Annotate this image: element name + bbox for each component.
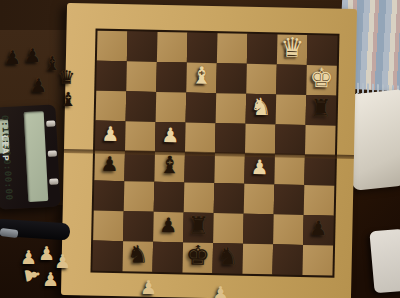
square-c8[interactable] xyxy=(157,32,188,63)
square-a4[interactable]: ♟ xyxy=(94,151,125,182)
square-a1[interactable] xyxy=(92,241,123,272)
square-h6[interactable]: ♜ xyxy=(306,95,337,126)
piece-black-knight-b1[interactable]: ♞ xyxy=(122,237,153,272)
square-b3[interactable] xyxy=(124,181,155,212)
captured-black-queen[interactable]: ♛ xyxy=(58,66,75,88)
captured-black-pawn[interactable]: ♟ xyxy=(24,44,41,66)
square-c1[interactable] xyxy=(152,242,183,273)
square-h5[interactable] xyxy=(305,125,336,156)
captured-white-pawn[interactable]: ♟ xyxy=(140,276,157,298)
chess-clock: 0:16:30 0:00:00 LEAP xyxy=(0,104,61,209)
square-g4[interactable] xyxy=(274,154,305,185)
square-d7[interactable]: ♝ xyxy=(186,63,217,94)
square-f4[interactable]: ♟ xyxy=(244,154,275,185)
captured-black-pawn[interactable]: ♟ xyxy=(4,46,21,68)
square-b8[interactable] xyxy=(127,31,158,62)
square-f8[interactable] xyxy=(247,34,278,65)
captured-black-bishop[interactable]: ♝ xyxy=(60,88,77,110)
chess-board: ♛♝♚♞♜♟♟♟♝♟♟♜♟♞♚♞ xyxy=(61,3,357,298)
square-g8[interactable]: ♛ xyxy=(277,34,308,65)
clock-time-bottom: 0:00:00 xyxy=(0,159,14,200)
clock-main-display xyxy=(24,111,49,202)
clock-button-1[interactable] xyxy=(46,120,55,126)
captured-white-pawn[interactable]: ♟ xyxy=(20,246,37,268)
piece-black-pawn-h2[interactable]: ♟ xyxy=(303,211,334,246)
square-e5[interactable] xyxy=(215,123,246,154)
square-a7[interactable] xyxy=(96,61,127,92)
piece-white-knight-f6[interactable]: ♞ xyxy=(246,90,277,125)
square-h1[interactable] xyxy=(302,245,333,276)
captured-white-pawn[interactable]: ♟ xyxy=(42,268,59,290)
piece-black-pawn-c2[interactable]: ♟ xyxy=(153,208,184,243)
square-a2[interactable] xyxy=(93,211,124,242)
square-d4[interactable] xyxy=(184,152,215,183)
square-d1[interactable]: ♚ xyxy=(182,242,213,273)
clock-brand-label: LEAP xyxy=(0,135,10,162)
square-f1[interactable] xyxy=(242,244,273,275)
square-d5[interactable] xyxy=(185,123,216,154)
square-g7[interactable] xyxy=(276,64,307,95)
square-g2[interactable] xyxy=(273,214,304,245)
square-a8[interactable] xyxy=(97,31,128,62)
square-c4[interactable]: ♝ xyxy=(154,152,185,183)
piece-white-bishop-d7[interactable]: ♝ xyxy=(186,59,217,94)
square-b6[interactable] xyxy=(126,91,157,122)
square-b1[interactable]: ♞ xyxy=(122,241,153,272)
square-a3[interactable] xyxy=(94,181,125,212)
square-c7[interactable] xyxy=(156,62,187,93)
phone[interactable] xyxy=(369,229,400,294)
captured-white-pawn[interactable]: ♟ xyxy=(212,282,229,298)
square-g5[interactable] xyxy=(275,124,306,155)
square-g1[interactable] xyxy=(272,244,303,275)
square-d6[interactable] xyxy=(186,93,217,124)
square-e6[interactable] xyxy=(216,93,247,124)
square-b5[interactable] xyxy=(125,121,156,152)
square-c2[interactable]: ♟ xyxy=(153,212,184,243)
square-h4[interactable] xyxy=(304,155,335,186)
square-b4[interactable] xyxy=(124,151,155,182)
clock-button-2[interactable] xyxy=(48,150,57,156)
piece-white-queen-g8[interactable]: ♛ xyxy=(277,30,308,65)
clock-button-3[interactable] xyxy=(49,178,58,184)
square-g3[interactable] xyxy=(274,184,305,215)
piece-black-rook-h6[interactable]: ♜ xyxy=(306,91,337,126)
piece-black-king-d1[interactable]: ♚ xyxy=(182,238,213,273)
captured-white-pawn[interactable]: ♟ xyxy=(38,242,55,264)
square-f2[interactable] xyxy=(243,214,274,245)
square-b7[interactable] xyxy=(126,61,157,92)
square-g6[interactable] xyxy=(276,94,307,125)
captured-black-pawn[interactable]: ♟ xyxy=(30,74,47,96)
piece-black-knight-e1[interactable]: ♞ xyxy=(212,239,243,274)
square-e1[interactable]: ♞ xyxy=(212,243,243,274)
square-e8[interactable] xyxy=(217,33,248,64)
scene: ♛♝♚♞♜♟♟♟♝♟♟♜♟♞♚♞ 0:16:30 0:00:00 LEAP ♟♟… xyxy=(0,0,400,298)
square-h2[interactable]: ♟ xyxy=(303,215,334,246)
square-e4[interactable] xyxy=(214,153,245,184)
square-e7[interactable] xyxy=(216,63,247,94)
square-e3[interactable] xyxy=(214,183,245,214)
square-f6[interactable]: ♞ xyxy=(246,94,277,125)
square-f3[interactable] xyxy=(244,184,275,215)
